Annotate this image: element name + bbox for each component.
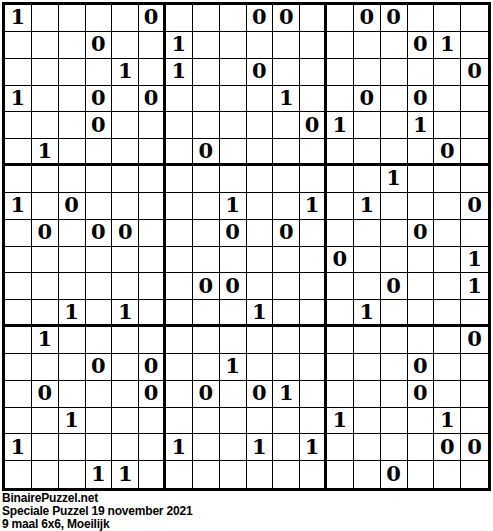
cell-r4c7[interactable] xyxy=(166,86,193,113)
cell-r7c4[interactable] xyxy=(86,166,113,193)
cell-r17c4[interactable] xyxy=(86,434,113,461)
cell-r12c7[interactable] xyxy=(166,300,193,327)
cell-r5c10[interactable] xyxy=(247,112,274,139)
cell-r15c17[interactable] xyxy=(434,381,461,408)
cell-r3c9[interactable] xyxy=(220,59,247,86)
cell-r5c12: 0 xyxy=(300,112,327,139)
cell-r9c3[interactable] xyxy=(59,220,86,247)
cell-r13c17[interactable] xyxy=(434,327,461,354)
cell-r18c1[interactable] xyxy=(5,461,32,488)
cell-r4c3[interactable] xyxy=(59,86,86,113)
cell-r6c14[interactable] xyxy=(354,139,381,166)
cell-r16c8[interactable] xyxy=(193,408,220,435)
cell-r18c16[interactable] xyxy=(408,461,435,488)
cell-r10c9[interactable] xyxy=(220,247,247,274)
cell-r12c16[interactable] xyxy=(408,300,435,327)
cell-r6c16[interactable] xyxy=(408,139,435,166)
cell-r4c10[interactable] xyxy=(247,86,274,113)
cell-r5c13: 1 xyxy=(327,112,354,139)
cell-r17c3[interactable] xyxy=(59,434,86,461)
cell-r6c15[interactable] xyxy=(381,139,408,166)
cell-r17c9[interactable] xyxy=(220,434,247,461)
cell-r16c12[interactable] xyxy=(300,408,327,435)
cell-r4c2[interactable] xyxy=(32,86,59,113)
cell-r13c14[interactable] xyxy=(354,327,381,354)
cell-r15c12[interactable] xyxy=(300,381,327,408)
cell-r10c5[interactable] xyxy=(112,247,139,274)
cell-r18c10[interactable] xyxy=(247,461,274,488)
cell-r12c17[interactable] xyxy=(434,300,461,327)
cell-r4c9[interactable] xyxy=(220,86,247,113)
cell-r4c8[interactable] xyxy=(193,86,220,113)
cell-r15c13[interactable] xyxy=(327,381,354,408)
cell-r8c5[interactable] xyxy=(112,193,139,220)
cell-r10c12[interactable] xyxy=(300,247,327,274)
cell-r3c3[interactable] xyxy=(59,59,86,86)
cell-r9c16: 0 xyxy=(408,220,435,247)
cell-r6c9[interactable] xyxy=(220,139,247,166)
cell-r6c3[interactable] xyxy=(59,139,86,166)
cell-r2c15[interactable] xyxy=(381,32,408,59)
cell-r9c12[interactable] xyxy=(300,220,327,247)
cell-r17c7: 1 xyxy=(166,434,193,461)
cell-r15c18[interactable] xyxy=(461,381,488,408)
cell-r1c7[interactable] xyxy=(166,5,193,32)
cell-r7c9[interactable] xyxy=(220,166,247,193)
cell-r6c5[interactable] xyxy=(112,139,139,166)
cell-r8c8[interactable] xyxy=(193,193,220,220)
cell-r7c17[interactable] xyxy=(434,166,461,193)
cell-r2c8[interactable] xyxy=(193,32,220,59)
cell-r15c6: 0 xyxy=(139,381,166,408)
cell-r18c18[interactable] xyxy=(461,461,488,488)
cell-r5c3[interactable] xyxy=(59,112,86,139)
cell-r16c17: 1 xyxy=(434,408,461,435)
cell-r7c1[interactable] xyxy=(5,166,32,193)
cell-r14c8[interactable] xyxy=(193,354,220,381)
cell-r13c9[interactable] xyxy=(220,327,247,354)
cell-r5c11[interactable] xyxy=(273,112,300,139)
cell-r14c18[interactable] xyxy=(461,354,488,381)
cell-r8c18: 0 xyxy=(461,193,488,220)
cell-r9c4: 0 xyxy=(86,220,113,247)
cell-r8c16[interactable] xyxy=(408,193,435,220)
cell-r5c2[interactable] xyxy=(32,112,59,139)
cell-r9c15[interactable] xyxy=(381,220,408,247)
cell-r2c5[interactable] xyxy=(112,32,139,59)
cell-r12c3: 1 xyxy=(59,300,86,327)
cell-r13c10[interactable] xyxy=(247,327,274,354)
cell-r14c5[interactable] xyxy=(112,354,139,381)
cell-r3c8[interactable] xyxy=(193,59,220,86)
cell-r5c14[interactable] xyxy=(354,112,381,139)
cell-r3c18: 0 xyxy=(461,59,488,86)
cell-r1c14: 0 xyxy=(354,5,381,32)
cell-r7c5[interactable] xyxy=(112,166,139,193)
cell-r12c11[interactable] xyxy=(273,300,300,327)
cell-r8c10[interactable] xyxy=(247,193,274,220)
cell-r17c16[interactable] xyxy=(408,434,435,461)
cell-r5c9[interactable] xyxy=(220,112,247,139)
cell-r10c1[interactable] xyxy=(5,247,32,274)
cell-r3c14[interactable] xyxy=(354,59,381,86)
cell-r2c17: 1 xyxy=(434,32,461,59)
cell-r1c16[interactable] xyxy=(408,5,435,32)
cell-r13c13[interactable] xyxy=(327,327,354,354)
cell-r14c14[interactable] xyxy=(354,354,381,381)
cell-r17c17: 0 xyxy=(434,434,461,461)
cell-r3c10: 0 xyxy=(247,59,274,86)
cell-r12c15[interactable] xyxy=(381,300,408,327)
cell-r17c13[interactable] xyxy=(327,434,354,461)
cell-r17c18: 0 xyxy=(461,434,488,461)
cell-r14c2[interactable] xyxy=(32,354,59,381)
cell-r4c6: 0 xyxy=(139,86,166,113)
cell-r15c7[interactable] xyxy=(166,381,193,408)
cell-r18c11[interactable] xyxy=(273,461,300,488)
cell-r16c9[interactable] xyxy=(220,408,247,435)
cell-r12c14: 1 xyxy=(354,300,381,327)
cell-r7c14[interactable] xyxy=(354,166,381,193)
cell-r1c18[interactable] xyxy=(461,5,488,32)
cell-r17c5[interactable] xyxy=(112,434,139,461)
cell-r4c16: 0 xyxy=(408,86,435,113)
cell-r5c1[interactable] xyxy=(5,112,32,139)
cell-r11c12[interactable] xyxy=(300,273,327,300)
cell-r4c15[interactable] xyxy=(381,86,408,113)
cell-r2c6[interactable] xyxy=(139,32,166,59)
cell-r8c17[interactable] xyxy=(434,193,461,220)
cell-r16c14[interactable] xyxy=(354,408,381,435)
cell-r7c12[interactable] xyxy=(300,166,327,193)
cell-r1c9[interactable] xyxy=(220,5,247,32)
cell-r13c11[interactable] xyxy=(273,327,300,354)
cell-r3c13[interactable] xyxy=(327,59,354,86)
cell-r15c11: 1 xyxy=(273,381,300,408)
cell-r18c2[interactable] xyxy=(32,461,59,488)
cell-r11c15: 0 xyxy=(381,273,408,300)
cell-r13c18: 0 xyxy=(461,327,488,354)
cell-r12c2[interactable] xyxy=(32,300,59,327)
cell-r8c15[interactable] xyxy=(381,193,408,220)
cell-r17c2[interactable] xyxy=(32,434,59,461)
cell-r11c14[interactable] xyxy=(354,273,381,300)
cell-r2c7: 1 xyxy=(166,32,193,59)
cell-r15c9[interactable] xyxy=(220,381,247,408)
cell-r17c10: 1 xyxy=(247,434,274,461)
cell-r11c4[interactable] xyxy=(86,273,113,300)
cell-r8c6[interactable] xyxy=(139,193,166,220)
cell-r11c5[interactable] xyxy=(112,273,139,300)
cell-r5c15[interactable] xyxy=(381,112,408,139)
cell-r7c6[interactable] xyxy=(139,166,166,193)
cell-r10c4[interactable] xyxy=(86,247,113,274)
cell-r3c6[interactable] xyxy=(139,59,166,86)
cell-r13c1[interactable] xyxy=(5,327,32,354)
cell-r8c7[interactable] xyxy=(166,193,193,220)
cell-r14c3[interactable] xyxy=(59,354,86,381)
cell-r1c5[interactable] xyxy=(112,5,139,32)
cell-r3c15[interactable] xyxy=(381,59,408,86)
cell-r10c10[interactable] xyxy=(247,247,274,274)
cell-r17c8[interactable] xyxy=(193,434,220,461)
cell-r6c13[interactable] xyxy=(327,139,354,166)
cell-r6c7[interactable] xyxy=(166,139,193,166)
cell-r3c4[interactable] xyxy=(86,59,113,86)
cell-r13c5[interactable] xyxy=(112,327,139,354)
cell-r13c6[interactable] xyxy=(139,327,166,354)
cell-r5c8[interactable] xyxy=(193,112,220,139)
cell-r12c8[interactable] xyxy=(193,300,220,327)
cell-r15c1[interactable] xyxy=(5,381,32,408)
cell-r2c9[interactable] xyxy=(220,32,247,59)
cell-r9c6[interactable] xyxy=(139,220,166,247)
cell-r11c11[interactable] xyxy=(273,273,300,300)
cell-r17c14[interactable] xyxy=(354,434,381,461)
cell-r13c4[interactable] xyxy=(86,327,113,354)
cell-r16c11[interactable] xyxy=(273,408,300,435)
cell-r14c1[interactable] xyxy=(5,354,32,381)
cell-r11c18: 1 xyxy=(461,273,488,300)
cell-r13c2: 1 xyxy=(32,327,59,354)
cell-r12c13[interactable] xyxy=(327,300,354,327)
cell-r6c11[interactable] xyxy=(273,139,300,166)
cell-r17c1: 1 xyxy=(5,434,32,461)
cell-r2c14[interactable] xyxy=(354,32,381,59)
cell-r8c13[interactable] xyxy=(327,193,354,220)
cell-r11c9: 0 xyxy=(220,273,247,300)
cell-r18c7[interactable] xyxy=(166,461,193,488)
cell-r11c1[interactable] xyxy=(5,273,32,300)
cell-r11c13[interactable] xyxy=(327,273,354,300)
cell-r5c4: 0 xyxy=(86,112,113,139)
cell-r1c8[interactable] xyxy=(193,5,220,32)
cell-r9c14[interactable] xyxy=(354,220,381,247)
cell-r17c11[interactable] xyxy=(273,434,300,461)
cell-r6c6[interactable] xyxy=(139,139,166,166)
cell-r5c17[interactable] xyxy=(434,112,461,139)
cell-r1c6: 0 xyxy=(139,5,166,32)
cell-r3c2[interactable] xyxy=(32,59,59,86)
cell-r11c7[interactable] xyxy=(166,273,193,300)
cell-r10c11[interactable] xyxy=(273,247,300,274)
cell-r13c16[interactable] xyxy=(408,327,435,354)
cell-r18c17[interactable] xyxy=(434,461,461,488)
cell-r5c6[interactable] xyxy=(139,112,166,139)
cell-r1c13[interactable] xyxy=(327,5,354,32)
cell-r10c16[interactable] xyxy=(408,247,435,274)
cell-r14c17[interactable] xyxy=(434,354,461,381)
cell-r1c12[interactable] xyxy=(300,5,327,32)
cell-r12c4[interactable] xyxy=(86,300,113,327)
cell-r4c5[interactable] xyxy=(112,86,139,113)
cell-r16c18[interactable] xyxy=(461,408,488,435)
cell-r11c17[interactable] xyxy=(434,273,461,300)
cell-r18c9[interactable] xyxy=(220,461,247,488)
cell-r7c11[interactable] xyxy=(273,166,300,193)
cell-r15c5[interactable] xyxy=(112,381,139,408)
cell-r11c2[interactable] xyxy=(32,273,59,300)
cell-r6c1[interactable] xyxy=(5,139,32,166)
cell-r18c4: 1 xyxy=(86,461,113,488)
cell-r16c2[interactable] xyxy=(32,408,59,435)
cell-r14c6: 0 xyxy=(139,354,166,381)
cell-r18c8[interactable] xyxy=(193,461,220,488)
cell-r12c6[interactable] xyxy=(139,300,166,327)
cell-r2c18[interactable] xyxy=(461,32,488,59)
cell-r7c8[interactable] xyxy=(193,166,220,193)
cell-r10c8[interactable] xyxy=(193,247,220,274)
cell-r3c11[interactable] xyxy=(273,59,300,86)
cell-r10c3[interactable] xyxy=(59,247,86,274)
cell-r6c10[interactable] xyxy=(247,139,274,166)
cell-r14c9: 1 xyxy=(220,354,247,381)
cell-r1c3[interactable] xyxy=(59,5,86,32)
cell-r11c3[interactable] xyxy=(59,273,86,300)
cell-r18c12[interactable] xyxy=(300,461,327,488)
cell-r7c10[interactable] xyxy=(247,166,274,193)
cell-r9c13[interactable] xyxy=(327,220,354,247)
cell-r8c2[interactable] xyxy=(32,193,59,220)
cell-r3c16[interactable] xyxy=(408,59,435,86)
cell-r6c4[interactable] xyxy=(86,139,113,166)
cell-r6c17: 0 xyxy=(434,139,461,166)
cell-r15c4[interactable] xyxy=(86,381,113,408)
cell-r11c6[interactable] xyxy=(139,273,166,300)
cell-r7c2[interactable] xyxy=(32,166,59,193)
cell-r2c11[interactable] xyxy=(273,32,300,59)
cell-r4c13[interactable] xyxy=(327,86,354,113)
cell-r7c16[interactable] xyxy=(408,166,435,193)
cell-r7c18[interactable] xyxy=(461,166,488,193)
cell-r9c8[interactable] xyxy=(193,220,220,247)
cell-r14c15[interactable] xyxy=(381,354,408,381)
cell-r17c6[interactable] xyxy=(139,434,166,461)
cell-r10c14[interactable] xyxy=(354,247,381,274)
cell-r2c13[interactable] xyxy=(327,32,354,59)
cell-r18c14[interactable] xyxy=(354,461,381,488)
cell-r2c10[interactable] xyxy=(247,32,274,59)
cell-r5c18[interactable] xyxy=(461,112,488,139)
cell-r18c15: 0 xyxy=(381,461,408,488)
cell-r18c6[interactable] xyxy=(139,461,166,488)
cell-r15c15[interactable] xyxy=(381,381,408,408)
cell-r18c5: 1 xyxy=(112,461,139,488)
cell-r11c16[interactable] xyxy=(408,273,435,300)
cell-r7c13[interactable] xyxy=(327,166,354,193)
cell-r12c1[interactable] xyxy=(5,300,32,327)
cell-r8c11[interactable] xyxy=(273,193,300,220)
cell-r16c15[interactable] xyxy=(381,408,408,435)
cell-r4c12[interactable] xyxy=(300,86,327,113)
cell-r10c17[interactable] xyxy=(434,247,461,274)
cell-r3c17[interactable] xyxy=(434,59,461,86)
cell-r2c16: 0 xyxy=(408,32,435,59)
cell-r16c4[interactable] xyxy=(86,408,113,435)
cell-r14c10[interactable] xyxy=(247,354,274,381)
cell-r10c6[interactable] xyxy=(139,247,166,274)
cell-r6c18[interactable] xyxy=(461,139,488,166)
cell-r15c14[interactable] xyxy=(354,381,381,408)
cell-r11c8: 0 xyxy=(193,273,220,300)
cell-r16c1[interactable] xyxy=(5,408,32,435)
cell-r10c15[interactable] xyxy=(381,247,408,274)
cell-r16c13: 1 xyxy=(327,408,354,435)
cell-r2c12[interactable] xyxy=(300,32,327,59)
cell-r10c7[interactable] xyxy=(166,247,193,274)
cell-r10c18: 1 xyxy=(461,247,488,274)
cell-r2c1[interactable] xyxy=(5,32,32,59)
cell-r11c10[interactable] xyxy=(247,273,274,300)
cell-r16c16[interactable] xyxy=(408,408,435,435)
cell-r9c18[interactable] xyxy=(461,220,488,247)
cell-r16c5[interactable] xyxy=(112,408,139,435)
cell-r18c13[interactable] xyxy=(327,461,354,488)
cell-r13c3[interactable] xyxy=(59,327,86,354)
cell-r15c16: 0 xyxy=(408,381,435,408)
cell-r8c1: 1 xyxy=(5,193,32,220)
cell-r5c5[interactable] xyxy=(112,112,139,139)
cell-r13c15[interactable] xyxy=(381,327,408,354)
cell-r8c4[interactable] xyxy=(86,193,113,220)
cell-r14c13[interactable] xyxy=(327,354,354,381)
cell-r1c4[interactable] xyxy=(86,5,113,32)
cell-r9c5: 0 xyxy=(112,220,139,247)
cell-r4c17[interactable] xyxy=(434,86,461,113)
cell-r15c10: 0 xyxy=(247,381,274,408)
cell-r17c15[interactable] xyxy=(381,434,408,461)
cell-r12c12[interactable] xyxy=(300,300,327,327)
cell-r9c17[interactable] xyxy=(434,220,461,247)
cell-r16c10[interactable] xyxy=(247,408,274,435)
cell-r7c7[interactable] xyxy=(166,166,193,193)
cell-r16c6[interactable] xyxy=(139,408,166,435)
cell-r8c14: 1 xyxy=(354,193,381,220)
cell-r14c4: 0 xyxy=(86,354,113,381)
cell-r6c12[interactable] xyxy=(300,139,327,166)
cell-r14c7[interactable] xyxy=(166,354,193,381)
cell-r14c11[interactable] xyxy=(273,354,300,381)
cell-r16c7[interactable] xyxy=(166,408,193,435)
cell-r18c3[interactable] xyxy=(59,461,86,488)
cell-r3c12[interactable] xyxy=(300,59,327,86)
cell-r3c1[interactable] xyxy=(5,59,32,86)
cell-r8c9: 1 xyxy=(220,193,247,220)
cell-r2c3[interactable] xyxy=(59,32,86,59)
cell-r8c12: 1 xyxy=(300,193,327,220)
cell-r7c3[interactable] xyxy=(59,166,86,193)
cell-r5c7[interactable] xyxy=(166,112,193,139)
cell-r1c17[interactable] xyxy=(434,5,461,32)
cell-r9c9: 0 xyxy=(220,220,247,247)
cell-r9c1[interactable] xyxy=(5,220,32,247)
cell-r12c9[interactable] xyxy=(220,300,247,327)
cell-r10c2[interactable] xyxy=(32,247,59,274)
cell-r13c8[interactable] xyxy=(193,327,220,354)
cell-r12c18[interactable] xyxy=(461,300,488,327)
cell-r14c12[interactable] xyxy=(300,354,327,381)
cell-r13c12[interactable] xyxy=(300,327,327,354)
cell-r1c2[interactable] xyxy=(32,5,59,32)
cell-r2c2[interactable] xyxy=(32,32,59,59)
cell-r9c10[interactable] xyxy=(247,220,274,247)
cell-r15c2: 0 xyxy=(32,381,59,408)
cell-r4c18[interactable] xyxy=(461,86,488,113)
cell-r9c7[interactable] xyxy=(166,220,193,247)
cell-r13c7[interactable] xyxy=(166,327,193,354)
cell-r17c12: 1 xyxy=(300,434,327,461)
cell-r15c3[interactable] xyxy=(59,381,86,408)
